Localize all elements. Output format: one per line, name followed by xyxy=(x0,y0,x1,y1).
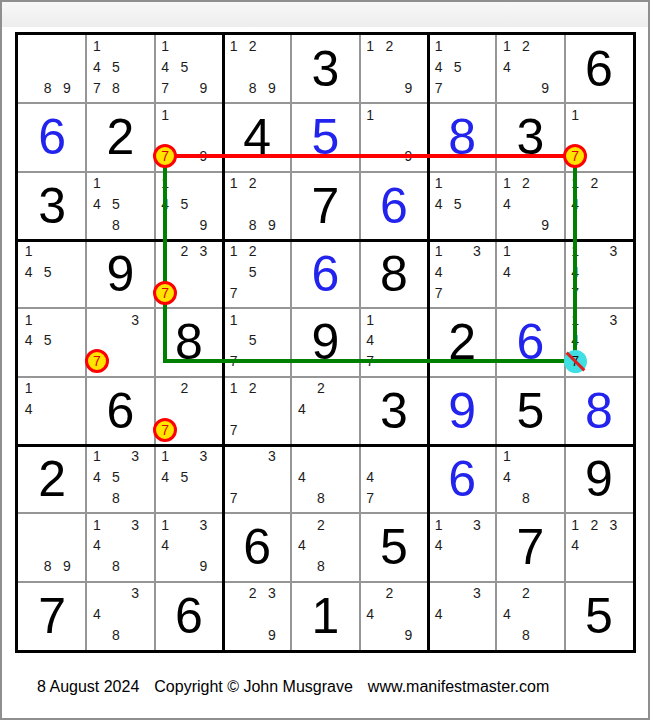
pencil-marks: 1289 xyxy=(224,173,281,235)
pencil-mark-slot xyxy=(243,351,262,372)
pencil-mark-slot xyxy=(380,57,399,78)
pencil-mark-slot xyxy=(57,330,76,351)
pencil-mark-slot xyxy=(194,535,213,556)
pencil-mark-slot xyxy=(497,583,516,604)
pencil-mark-slot: 1 xyxy=(156,173,175,194)
pencil-mark-slot xyxy=(497,78,516,99)
pencil-mark-slot xyxy=(156,241,175,262)
cell-r9c9[interactable]: 5 xyxy=(565,582,633,650)
cell-r1c5[interactable]: 3 xyxy=(291,35,359,103)
pencil-mark-slot: 1 xyxy=(497,173,516,194)
pencil-mark-slot xyxy=(467,603,486,624)
pencil-mark-slot: 1 xyxy=(156,104,175,125)
pencil-mark-slot xyxy=(361,57,380,78)
cell-r4c4[interactable]: 1257 xyxy=(223,240,291,308)
given-digit: 7 xyxy=(496,513,564,581)
pencil-mark-slot xyxy=(467,283,486,304)
pencil-mark-slot: 9 xyxy=(399,146,418,167)
cell-r6c4[interactable]: 127 xyxy=(223,377,291,445)
pencil-mark-slot: 4 xyxy=(292,535,311,556)
pencil-mark-slot: 7 xyxy=(566,146,585,167)
pencil-mark-slot: 4 xyxy=(566,262,585,283)
pencil-mark-slot: 2 xyxy=(243,378,262,399)
pencil-mark-slot: 4 xyxy=(361,330,380,351)
cell-r5c1[interactable]: 145 xyxy=(18,308,86,376)
pencil-mark-slot xyxy=(57,398,76,419)
pencil-mark-slot: 4 xyxy=(87,57,106,78)
pencil-mark-slot xyxy=(292,446,311,467)
pencil-mark-slot xyxy=(399,125,418,146)
solved-digit: 8 xyxy=(428,103,496,171)
pencil-mark-slot xyxy=(585,351,604,372)
box-line-vertical xyxy=(222,35,225,650)
pencil-mark-slot: 8 xyxy=(38,78,57,99)
pencil-marks: 1345 xyxy=(156,446,213,508)
pencil-marks: 1348 xyxy=(87,514,144,576)
pencil-mark-slot xyxy=(604,214,623,235)
cell-r8c1[interactable]: 89 xyxy=(18,513,86,581)
cell-r3c4[interactable]: 1289 xyxy=(223,172,291,240)
cell-r3c8[interactable]: 1249 xyxy=(496,172,564,240)
pencil-mark-slot xyxy=(87,556,106,577)
cell-r1c4[interactable]: 1289 xyxy=(223,35,291,103)
pencil-marks: 37 xyxy=(224,446,281,508)
pencil-mark-slot: 7 xyxy=(87,78,106,99)
pencil-mark-slot xyxy=(292,378,311,399)
pencil-mark-slot: 4 xyxy=(497,467,516,488)
pencil-mark-slot xyxy=(292,556,311,577)
pencil-mark-slot: 8 xyxy=(106,488,125,509)
pencil-mark-slot: 8 xyxy=(516,488,535,509)
pencil-marks: 1347 xyxy=(429,241,486,303)
cell-r9c7[interactable]: 34 xyxy=(428,582,496,650)
cell-r3c2[interactable]: 1458 xyxy=(86,172,154,240)
pencil-mark-slot xyxy=(399,351,418,372)
cell-r2c2[interactable]: 2 xyxy=(86,103,154,171)
pencil-mark-slot xyxy=(126,556,145,577)
cell-r2c8[interactable]: 3 xyxy=(496,103,564,171)
cell-r3c1[interactable]: 3 xyxy=(18,172,86,240)
cell-r2c1[interactable]: 6 xyxy=(18,103,86,171)
cell-line-horizontal xyxy=(18,376,633,378)
cell-r6c6[interactable]: 3 xyxy=(360,377,428,445)
pencil-mark-slot xyxy=(448,214,467,235)
pencil-marks: 248 xyxy=(292,514,349,576)
pencil-mark-slot xyxy=(243,488,262,509)
cell-r9c5[interactable]: 1 xyxy=(291,582,359,650)
pencil-mark-slot xyxy=(126,173,145,194)
pencil-mark-slot xyxy=(38,419,57,440)
pencil-mark-slot: 2 xyxy=(311,514,330,535)
pencil-mark-slot xyxy=(467,78,486,99)
pencil-mark-slot: 8 xyxy=(106,624,125,645)
pencil-mark-slot xyxy=(448,78,467,99)
pencil-marks: 14578 xyxy=(87,36,144,98)
cell-r8c5[interactable]: 248 xyxy=(291,513,359,581)
pencil-mark-slot xyxy=(126,36,145,57)
cell-r5c4[interactable]: 157 xyxy=(223,308,291,376)
pencil-mark-slot xyxy=(262,193,281,214)
pencil-mark-slot xyxy=(175,556,194,577)
pencil-marks: 1457 xyxy=(429,36,486,98)
cell-r9c6[interactable]: 249 xyxy=(360,582,428,650)
cell-r4c9[interactable]: 1347 xyxy=(565,240,633,308)
pencil-mark-slot: 5 xyxy=(106,193,125,214)
cell-line-horizontal xyxy=(18,581,633,583)
pencil-mark-slot: 8 xyxy=(106,78,125,99)
pencil-mark-slot: 4 xyxy=(429,535,448,556)
pencil-mark-slot xyxy=(604,262,623,283)
cell-line-vertical xyxy=(564,35,566,650)
pencil-mark-slot: 2 xyxy=(516,583,535,604)
cell-r1c2[interactable]: 14578 xyxy=(86,35,154,103)
pencil-mark-slot xyxy=(399,330,418,351)
cell-r7c8[interactable]: 148 xyxy=(496,445,564,513)
cell-r1c9[interactable]: 6 xyxy=(565,35,633,103)
cell-r1c8[interactable]: 1249 xyxy=(496,35,564,103)
pencil-mark-slot: 1 xyxy=(566,241,585,262)
pencil-mark-slot: 7 xyxy=(156,283,175,304)
pencil-marks: 127 xyxy=(224,378,281,440)
pencil-mark-slot xyxy=(194,283,213,304)
pencil-mark-slot: 4 xyxy=(19,398,38,419)
pencil-mark-slot xyxy=(585,262,604,283)
cell-r3c7[interactable]: 145 xyxy=(428,172,496,240)
pencil-mark-slot: 1 xyxy=(566,309,585,330)
pencil-mark-slot xyxy=(224,583,243,604)
cell-r5c8[interactable]: 6 xyxy=(496,308,564,376)
pencil-mark-slot xyxy=(380,488,399,509)
pencil-marks: 237 xyxy=(156,241,213,303)
cell-r2c9[interactable]: 17 xyxy=(565,103,633,171)
pencil-mark-slot: 7 xyxy=(566,283,585,304)
cell-line-horizontal xyxy=(18,102,633,104)
pencil-mark-slot xyxy=(194,467,213,488)
pencil-mark-slot xyxy=(262,351,281,372)
pencil-mark-slot xyxy=(243,603,262,624)
given-digit: 9 xyxy=(291,308,359,376)
pencil-mark-slot xyxy=(106,173,125,194)
cell-r3c3[interactable]: 1459 xyxy=(155,172,223,240)
pencil-mark-slot: 2 xyxy=(243,173,262,194)
cell-r4c7[interactable]: 1347 xyxy=(428,240,496,308)
cell-r8c9[interactable]: 1234 xyxy=(565,513,633,581)
sudoku-board: 8914578145791289312914571249662179451983… xyxy=(15,32,636,653)
pencil-mark-slot xyxy=(604,146,623,167)
pencil-mark-slot xyxy=(19,535,38,556)
pencil-mark-slot: 4 xyxy=(429,603,448,624)
cell-r5c9[interactable]: 1347 xyxy=(565,308,633,376)
pencil-mark-slot xyxy=(19,351,38,372)
pencil-mark-slot xyxy=(448,241,467,262)
pencil-mark-slot xyxy=(262,378,281,399)
pencil-mark-slot xyxy=(467,193,486,214)
pencil-mark-slot xyxy=(467,214,486,235)
cell-r9c8[interactable]: 248 xyxy=(496,582,564,650)
pencil-mark-slot: 4 xyxy=(361,467,380,488)
pencil-mark-slot xyxy=(331,467,350,488)
pencil-mark-slot xyxy=(604,173,623,194)
cell-r9c3[interactable]: 6 xyxy=(155,582,223,650)
pencil-mark-slot: 4 xyxy=(429,57,448,78)
pencil-mark-slot xyxy=(194,419,213,440)
pencil-mark-slot xyxy=(106,446,125,467)
pencil-mark-slot xyxy=(604,330,623,351)
pencil-mark-slot xyxy=(448,36,467,57)
pencil-mark-slot xyxy=(331,556,350,577)
pencil-mark-slot xyxy=(467,173,486,194)
pencil-mark-slot: 2 xyxy=(585,514,604,535)
pencil-mark-slot xyxy=(361,78,380,99)
pencil-mark-slot xyxy=(87,583,106,604)
cell-r8c6[interactable]: 5 xyxy=(360,513,428,581)
pencil-mark-slot xyxy=(194,378,213,399)
box-line-horizontal xyxy=(18,444,633,447)
pencil-mark-slot: 1 xyxy=(429,241,448,262)
pencil-mark-slot: 8 xyxy=(311,556,330,577)
pencil-mark-slot xyxy=(331,488,350,509)
cell-r6c9[interactable]: 8 xyxy=(565,377,633,445)
cell-r6c8[interactable]: 5 xyxy=(496,377,564,445)
pencil-mark-slot: 7 xyxy=(224,351,243,372)
solved-digit: 6 xyxy=(496,308,564,376)
pencil-mark-slot xyxy=(429,214,448,235)
pencil-mark-slot: 4 xyxy=(87,193,106,214)
pencil-mark-slot: 7 xyxy=(361,488,380,509)
pencil-mark-slot xyxy=(399,36,418,57)
pencil-mark-slot xyxy=(19,556,38,577)
cell-r5c6[interactable]: 147 xyxy=(360,308,428,376)
cell-r7c6[interactable]: 47 xyxy=(360,445,428,513)
pencil-marks: 13458 xyxy=(87,446,144,508)
cell-r5c5[interactable]: 9 xyxy=(291,308,359,376)
pencil-mark-slot xyxy=(516,193,535,214)
cell-r6c2[interactable]: 6 xyxy=(86,377,154,445)
pencil-mark-slot: 4 xyxy=(87,603,106,624)
cell-r3c5[interactable]: 7 xyxy=(291,172,359,240)
given-digit: 1 xyxy=(291,582,359,650)
pencil-mark-slot xyxy=(448,173,467,194)
pencil-mark-slot xyxy=(194,488,213,509)
cell-r3c9[interactable]: 124 xyxy=(565,172,633,240)
cell-r4c5[interactable]: 6 xyxy=(291,240,359,308)
pencil-marks: 1234 xyxy=(566,514,623,576)
cell-r6c5[interactable]: 24 xyxy=(291,377,359,445)
cell-r9c4[interactable]: 239 xyxy=(223,582,291,650)
cell-r2c4[interactable]: 4 xyxy=(223,103,291,171)
pencil-mark-slot: 3 xyxy=(604,309,623,330)
cell-r7c4[interactable]: 37 xyxy=(223,445,291,513)
pencil-mark-slot xyxy=(497,624,516,645)
pencil-mark-slot xyxy=(126,351,145,372)
pencil-mark-slot xyxy=(429,583,448,604)
pencil-mark-slot: 3 xyxy=(604,241,623,262)
pencil-marks: 348 xyxy=(87,583,144,645)
pencil-mark-slot xyxy=(224,78,243,99)
pencil-mark-slot xyxy=(175,283,194,304)
pencil-mark-slot: 3 xyxy=(604,514,623,535)
pencil-mark-slot: 9 xyxy=(57,556,76,577)
cell-r8c3[interactable]: 1349 xyxy=(155,513,223,581)
pencil-marks: 14 xyxy=(19,378,76,440)
cell-r9c1[interactable]: 7 xyxy=(18,582,86,650)
pencil-mark-slot xyxy=(126,330,145,351)
pencil-mark-slot: 3 xyxy=(467,514,486,535)
cell-r8c2[interactable]: 1348 xyxy=(86,513,154,581)
cell-r8c8[interactable]: 7 xyxy=(496,513,564,581)
pencil-mark-slot xyxy=(38,535,57,556)
pencil-mark-slot xyxy=(194,125,213,146)
pencil-mark-slot xyxy=(380,78,399,99)
pencil-marks: 179 xyxy=(156,104,213,166)
pencil-mark-slot: 3 xyxy=(126,309,145,330)
pencil-mark-slot xyxy=(536,603,555,624)
pencil-mark-slot: 3 xyxy=(126,583,145,604)
page: 8914578145791289312914571249662179451983… xyxy=(0,0,650,720)
pencil-mark-slot: 2 xyxy=(516,36,535,57)
pencil-mark-slot xyxy=(380,330,399,351)
pencil-mark-slot xyxy=(57,241,76,262)
pencil-mark-slot xyxy=(262,398,281,419)
cell-r7c7[interactable]: 6 xyxy=(428,445,496,513)
solved-digit: 6 xyxy=(428,445,496,513)
pencil-mark-slot: 9 xyxy=(536,78,555,99)
cell-r2c7[interactable]: 8 xyxy=(428,103,496,171)
pencil-mark-slot xyxy=(262,330,281,351)
cell-r8c4[interactable]: 6 xyxy=(223,513,291,581)
pencil-mark-slot xyxy=(380,351,399,372)
cell-r6c3[interactable]: 27 xyxy=(155,377,223,445)
pencil-mark-slot xyxy=(516,603,535,624)
pencil-mark-slot xyxy=(516,57,535,78)
pencil-mark-slot xyxy=(331,398,350,419)
pencil-marks: 248 xyxy=(497,583,554,645)
cell-r7c3[interactable]: 1345 xyxy=(155,445,223,513)
cell-r3c6[interactable]: 6 xyxy=(360,172,428,240)
pencil-mark-slot xyxy=(399,583,418,604)
pencil-mark-slot xyxy=(126,603,145,624)
cell-r4c2[interactable]: 9 xyxy=(86,240,154,308)
pencil-marks: 1249 xyxy=(497,36,554,98)
pencil-mark-slot xyxy=(585,309,604,330)
given-digit: 6 xyxy=(86,377,154,445)
pencil-mark-slot xyxy=(585,241,604,262)
pencil-mark-slot: 2 xyxy=(516,173,535,194)
cell-r4c1[interactable]: 145 xyxy=(18,240,86,308)
cell-r1c1[interactable]: 89 xyxy=(18,35,86,103)
pencil-mark-slot: 9 xyxy=(262,624,281,645)
cell-r4c6[interactable]: 8 xyxy=(360,240,428,308)
given-digit: 6 xyxy=(565,35,633,103)
pencil-mark-slot xyxy=(604,193,623,214)
cell-r2c5[interactable]: 5 xyxy=(291,103,359,171)
pencil-mark-slot xyxy=(57,535,76,556)
pencil-marks: 1458 xyxy=(87,173,144,235)
pencil-mark-slot: 9 xyxy=(57,78,76,99)
pencil-mark-slot xyxy=(380,467,399,488)
pencil-mark-slot: 7 xyxy=(224,419,243,440)
cell-r7c2[interactable]: 13458 xyxy=(86,445,154,513)
pencil-mark-slot xyxy=(361,446,380,467)
pencil-mark-slot: 4 xyxy=(566,535,585,556)
pencil-mark-slot xyxy=(57,262,76,283)
pencil-mark-slot xyxy=(243,283,262,304)
cell-r7c1[interactable]: 2 xyxy=(18,445,86,513)
pencil-mark-slot xyxy=(380,603,399,624)
pencil-mark-slot xyxy=(262,488,281,509)
cell-r8c7[interactable]: 134 xyxy=(428,513,496,581)
pencil-mark-slot: 7 xyxy=(361,351,380,372)
cell-r5c2[interactable]: 37 xyxy=(86,308,154,376)
pencil-mark-slot xyxy=(38,36,57,57)
pencil-mark-slot xyxy=(604,351,623,372)
pencil-mark-slot xyxy=(38,378,57,399)
footer-copyright: Copyright © John Musgrave xyxy=(154,678,353,696)
cell-r1c6[interactable]: 129 xyxy=(360,35,428,103)
pencil-mark-slot xyxy=(311,467,330,488)
pencil-mark-slot xyxy=(57,514,76,535)
cell-r1c3[interactable]: 14579 xyxy=(155,35,223,103)
cell-r2c6[interactable]: 19 xyxy=(360,103,428,171)
cell-r1c7[interactable]: 1457 xyxy=(428,35,496,103)
cell-r7c5[interactable]: 48 xyxy=(291,445,359,513)
footer: 8 August 2024 Copyright © John Musgrave … xyxy=(37,678,549,696)
pencil-mark-slot xyxy=(175,104,194,125)
pencil-mark-slot xyxy=(585,535,604,556)
pencil-mark-slot: 4 xyxy=(429,262,448,283)
pencil-mark-slot xyxy=(175,488,194,509)
cell-r9c2[interactable]: 348 xyxy=(86,582,154,650)
cell-r2c3[interactable]: 179 xyxy=(155,103,223,171)
pencil-mark-slot xyxy=(448,283,467,304)
pencil-mark-slot xyxy=(536,36,555,57)
given-digit: 8 xyxy=(155,308,223,376)
pencil-mark-slot: 1 xyxy=(224,378,243,399)
pencil-mark-slot: 9 xyxy=(194,556,213,577)
cell-r5c7[interactable]: 2 xyxy=(428,308,496,376)
solved-digit: 9 xyxy=(428,377,496,445)
pencil-mark-slot xyxy=(331,446,350,467)
cell-r6c1[interactable]: 14 xyxy=(18,377,86,445)
pencil-marks: 1347 xyxy=(566,241,623,303)
cell-r7c9[interactable]: 9 xyxy=(565,445,633,513)
pencil-mark-slot: 1 xyxy=(224,241,243,262)
pencil-mark-slot xyxy=(311,535,330,556)
pencil-mark-slot xyxy=(292,488,311,509)
pencil-mark-slot: 5 xyxy=(38,262,57,283)
pencil-mark-slot xyxy=(311,446,330,467)
pencil-mark-slot: 4 xyxy=(497,193,516,214)
pencil-marks: 124 xyxy=(566,173,623,235)
pencil-mark-slot xyxy=(585,283,604,304)
pencil-mark-slot xyxy=(585,125,604,146)
pencil-mark-slot xyxy=(467,57,486,78)
cell-r5c3[interactable]: 8 xyxy=(155,308,223,376)
pencil-mark-slot xyxy=(57,309,76,330)
pencil-mark-slot: 2 xyxy=(243,36,262,57)
pencil-mark-slot: 4 xyxy=(156,193,175,214)
pencil-mark-slot xyxy=(331,378,350,399)
pencil-mark-slot xyxy=(536,583,555,604)
pencil-mark-slot xyxy=(311,419,330,440)
pencil-mark-slot xyxy=(106,36,125,57)
cell-r4c3[interactable]: 237 xyxy=(155,240,223,308)
cell-r6c7[interactable]: 9 xyxy=(428,377,496,445)
cell-r4c8[interactable]: 14 xyxy=(496,240,564,308)
pencil-mark-slot xyxy=(536,283,555,304)
pencil-mark-slot xyxy=(604,535,623,556)
pencil-mark-slot: 9 xyxy=(262,214,281,235)
